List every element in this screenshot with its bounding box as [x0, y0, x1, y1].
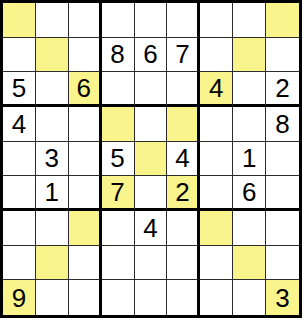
cell-r8c6[interactable] [167, 246, 200, 281]
cell-r4c6[interactable] [167, 107, 200, 142]
cell-r5c7[interactable] [200, 142, 233, 177]
cell-r1c7[interactable] [200, 3, 233, 38]
cell-r8c2[interactable] [36, 246, 69, 281]
cell-r6c9[interactable] [266, 176, 299, 211]
cell-r5c3[interactable] [69, 142, 102, 177]
given-digit: 8 [110, 41, 124, 67]
given-digit: 7 [110, 179, 124, 205]
cell-r1c9[interactable] [266, 3, 299, 38]
cell-r5c9[interactable] [266, 142, 299, 177]
cell-r2c7[interactable] [200, 38, 233, 73]
cell-r7c8[interactable] [233, 211, 266, 246]
cell-r1c5[interactable] [135, 3, 168, 38]
given-digit: 6 [242, 179, 256, 205]
cell-r2c4[interactable]: 8 [102, 38, 135, 73]
cell-r7c7[interactable] [200, 211, 233, 246]
given-digit: 6 [76, 75, 90, 101]
cell-r7c4[interactable] [102, 211, 135, 246]
cell-r8c9[interactable] [266, 246, 299, 281]
cell-r3c9[interactable]: 2 [266, 72, 299, 107]
cell-r5c6[interactable]: 4 [167, 142, 200, 177]
given-digit: 3 [275, 285, 289, 311]
cell-r4c2[interactable] [36, 107, 69, 142]
cell-r3c4[interactable] [102, 72, 135, 107]
given-digit: 1 [45, 179, 59, 205]
cell-r3c5[interactable] [135, 72, 168, 107]
cell-r3c7[interactable]: 4 [200, 72, 233, 107]
cell-r1c8[interactable] [233, 3, 266, 38]
cell-r6c5[interactable] [135, 176, 168, 211]
cell-r9c5[interactable] [135, 280, 168, 315]
cell-r4c8[interactable] [233, 107, 266, 142]
cell-r7c2[interactable] [36, 211, 69, 246]
cell-r9c3[interactable] [69, 280, 102, 315]
given-digit: 4 [143, 215, 157, 241]
cell-r6c7[interactable] [200, 176, 233, 211]
cell-r7c9[interactable] [266, 211, 299, 246]
cell-r1c4[interactable] [102, 3, 135, 38]
cell-r2c3[interactable] [69, 38, 102, 73]
cell-r3c8[interactable] [233, 72, 266, 107]
sudoku-board: 86756424835411726493 [0, 0, 302, 318]
cell-r1c3[interactable] [69, 3, 102, 38]
given-digit: 6 [143, 41, 157, 67]
cell-r3c3[interactable]: 6 [69, 72, 102, 107]
cell-r9c4[interactable] [102, 280, 135, 315]
given-digit: 5 [12, 75, 26, 101]
given-digit: 2 [175, 179, 189, 205]
cell-r4c3[interactable] [69, 107, 102, 142]
cell-r2c5[interactable]: 6 [135, 38, 168, 73]
cell-r8c3[interactable] [69, 246, 102, 281]
given-digit: 4 [209, 75, 223, 101]
cell-r4c4[interactable] [102, 107, 135, 142]
cell-r4c1[interactable]: 4 [3, 107, 36, 142]
cell-r4c5[interactable] [135, 107, 168, 142]
cell-r8c8[interactable] [233, 246, 266, 281]
cell-r8c4[interactable] [102, 246, 135, 281]
cell-r7c3[interactable] [69, 211, 102, 246]
cell-r2c8[interactable] [233, 38, 266, 73]
given-digit: 7 [175, 41, 189, 67]
given-digit: 8 [275, 111, 289, 137]
cell-r9c8[interactable] [233, 280, 266, 315]
cell-r8c1[interactable] [3, 246, 36, 281]
given-digit: 2 [275, 75, 289, 101]
cell-r6c1[interactable] [3, 176, 36, 211]
given-digit: 3 [45, 145, 59, 171]
given-digit: 9 [12, 285, 26, 311]
given-digit: 5 [110, 145, 124, 171]
cell-r9c6[interactable] [167, 280, 200, 315]
cell-r6c6[interactable]: 2 [167, 176, 200, 211]
cell-r1c2[interactable] [36, 3, 69, 38]
given-digit: 4 [175, 145, 189, 171]
cell-r8c5[interactable] [135, 246, 168, 281]
cell-r9c1[interactable]: 9 [3, 280, 36, 315]
cell-r3c6[interactable] [167, 72, 200, 107]
cell-r9c2[interactable] [36, 280, 69, 315]
cell-r1c1[interactable] [3, 3, 36, 38]
cell-r2c1[interactable] [3, 38, 36, 73]
cell-r9c9[interactable]: 3 [266, 280, 299, 315]
cell-r2c9[interactable] [266, 38, 299, 73]
cell-r5c1[interactable] [3, 142, 36, 177]
cell-r5c8[interactable]: 1 [233, 142, 266, 177]
cell-r4c9[interactable]: 8 [266, 107, 299, 142]
cell-r6c4[interactable]: 7 [102, 176, 135, 211]
cell-r3c1[interactable]: 5 [3, 72, 36, 107]
cell-r5c5[interactable] [135, 142, 168, 177]
cell-r5c2[interactable]: 3 [36, 142, 69, 177]
cell-r3c2[interactable] [36, 72, 69, 107]
given-digit: 4 [12, 111, 26, 137]
cell-r6c2[interactable]: 1 [36, 176, 69, 211]
given-digit: 1 [242, 145, 256, 171]
cell-r9c7[interactable] [200, 280, 233, 315]
cell-r7c6[interactable] [167, 211, 200, 246]
cell-r8c7[interactable] [200, 246, 233, 281]
cell-r1c6[interactable] [167, 3, 200, 38]
cell-r5c4[interactable]: 5 [102, 142, 135, 177]
cell-r2c2[interactable] [36, 38, 69, 73]
cell-r4c7[interactable] [200, 107, 233, 142]
cell-r7c5[interactable]: 4 [135, 211, 168, 246]
cell-r6c8[interactable]: 6 [233, 176, 266, 211]
cell-r7c1[interactable] [3, 211, 36, 246]
cell-r2c6[interactable]: 7 [167, 38, 200, 73]
cell-r6c3[interactable] [69, 176, 102, 211]
